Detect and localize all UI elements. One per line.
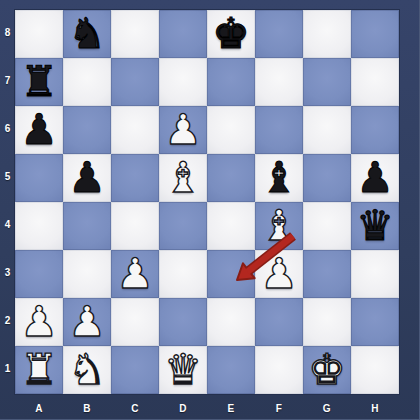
chess-board: ♞♚♜♟♟♟♝♝♟♝♛♟♟♟♟♜♞♛♚ <box>15 10 399 394</box>
square-b3[interactable] <box>63 250 111 298</box>
square-a7[interactable]: ♜ <box>15 58 63 106</box>
square-h6[interactable] <box>351 106 399 154</box>
piece-white-pawn-f3[interactable]: ♟ <box>255 250 303 298</box>
rank-label-4: 4 <box>0 219 15 230</box>
square-d6[interactable]: ♟ <box>159 106 207 154</box>
square-f4[interactable]: ♝ <box>255 202 303 250</box>
piece-white-pawn-c3[interactable]: ♟ <box>111 250 159 298</box>
piece-white-queen-d1[interactable]: ♛ <box>159 346 207 394</box>
square-c6[interactable] <box>111 106 159 154</box>
square-d4[interactable] <box>159 202 207 250</box>
square-a3[interactable] <box>15 250 63 298</box>
chess-board-diagram: ♞♚♜♟♟♟♝♝♟♝♛♟♟♟♟♜♞♛♚ 87654321 ABCDEFGH <box>0 0 420 420</box>
square-d8[interactable] <box>159 10 207 58</box>
piece-black-knight-b8[interactable]: ♞ <box>63 10 111 58</box>
square-e5[interactable] <box>207 154 255 202</box>
rank-label-6: 6 <box>0 123 15 134</box>
rank-label-1: 1 <box>0 363 15 374</box>
piece-black-queen-h4[interactable]: ♛ <box>351 202 399 250</box>
file-label-d: D <box>159 403 207 414</box>
square-b2[interactable]: ♟ <box>63 298 111 346</box>
square-c5[interactable] <box>111 154 159 202</box>
square-d2[interactable] <box>159 298 207 346</box>
file-label-c: C <box>111 403 159 414</box>
file-label-b: B <box>63 403 111 414</box>
square-g6[interactable] <box>303 106 351 154</box>
square-c7[interactable] <box>111 58 159 106</box>
file-label-a: A <box>15 403 63 414</box>
square-b5[interactable]: ♟ <box>63 154 111 202</box>
square-e7[interactable] <box>207 58 255 106</box>
file-label-f: F <box>255 403 303 414</box>
square-g5[interactable] <box>303 154 351 202</box>
piece-white-king-g1[interactable]: ♚ <box>303 346 351 394</box>
piece-white-bishop-d5[interactable]: ♝ <box>159 154 207 202</box>
square-d1[interactable]: ♛ <box>159 346 207 394</box>
square-a2[interactable]: ♟ <box>15 298 63 346</box>
square-d3[interactable] <box>159 250 207 298</box>
square-f3[interactable]: ♟ <box>255 250 303 298</box>
square-c2[interactable] <box>111 298 159 346</box>
square-c1[interactable] <box>111 346 159 394</box>
square-h3[interactable] <box>351 250 399 298</box>
piece-black-pawn-b5[interactable]: ♟ <box>63 154 111 202</box>
square-b4[interactable] <box>63 202 111 250</box>
piece-black-rook-a7[interactable]: ♜ <box>15 58 63 106</box>
file-label-e: E <box>207 403 255 414</box>
square-a8[interactable] <box>15 10 63 58</box>
square-f5[interactable]: ♝ <box>255 154 303 202</box>
square-e1[interactable] <box>207 346 255 394</box>
square-a5[interactable] <box>15 154 63 202</box>
square-b8[interactable]: ♞ <box>63 10 111 58</box>
square-g7[interactable] <box>303 58 351 106</box>
rank-label-5: 5 <box>0 171 15 182</box>
piece-white-bishop-f4[interactable]: ♝ <box>255 202 303 250</box>
square-g8[interactable] <box>303 10 351 58</box>
piece-white-pawn-b2[interactable]: ♟ <box>63 298 111 346</box>
square-e4[interactable] <box>207 202 255 250</box>
piece-black-pawn-a6[interactable]: ♟ <box>15 106 63 154</box>
piece-white-knight-b1[interactable]: ♞ <box>63 346 111 394</box>
file-label-g: G <box>303 403 351 414</box>
square-c4[interactable] <box>111 202 159 250</box>
square-e2[interactable] <box>207 298 255 346</box>
square-d7[interactable] <box>159 58 207 106</box>
square-b1[interactable]: ♞ <box>63 346 111 394</box>
square-f8[interactable] <box>255 10 303 58</box>
square-h7[interactable] <box>351 58 399 106</box>
square-e6[interactable] <box>207 106 255 154</box>
square-g4[interactable] <box>303 202 351 250</box>
square-f7[interactable] <box>255 58 303 106</box>
piece-white-pawn-a2[interactable]: ♟ <box>15 298 63 346</box>
square-a4[interactable] <box>15 202 63 250</box>
square-b6[interactable] <box>63 106 111 154</box>
square-g2[interactable] <box>303 298 351 346</box>
rank-label-2: 2 <box>0 315 15 326</box>
square-a1[interactable]: ♜ <box>15 346 63 394</box>
square-c3[interactable]: ♟ <box>111 250 159 298</box>
square-e8[interactable]: ♚ <box>207 10 255 58</box>
square-f2[interactable] <box>255 298 303 346</box>
square-g1[interactable]: ♚ <box>303 346 351 394</box>
piece-black-king-e8[interactable]: ♚ <box>207 10 255 58</box>
square-e3[interactable] <box>207 250 255 298</box>
square-h2[interactable] <box>351 298 399 346</box>
rank-label-3: 3 <box>0 267 15 278</box>
square-d5[interactable]: ♝ <box>159 154 207 202</box>
piece-white-rook-a1[interactable]: ♜ <box>15 346 63 394</box>
square-b7[interactable] <box>63 58 111 106</box>
rank-label-8: 8 <box>0 27 15 38</box>
square-f1[interactable] <box>255 346 303 394</box>
piece-black-bishop-f5[interactable]: ♝ <box>255 154 303 202</box>
rank-label-7: 7 <box>0 75 15 86</box>
square-h1[interactable] <box>351 346 399 394</box>
square-c8[interactable] <box>111 10 159 58</box>
piece-black-pawn-h5[interactable]: ♟ <box>351 154 399 202</box>
square-h8[interactable] <box>351 10 399 58</box>
square-a6[interactable]: ♟ <box>15 106 63 154</box>
piece-white-pawn-d6[interactable]: ♟ <box>159 106 207 154</box>
square-h4[interactable]: ♛ <box>351 202 399 250</box>
file-label-h: H <box>351 403 399 414</box>
square-g3[interactable] <box>303 250 351 298</box>
square-h5[interactable]: ♟ <box>351 154 399 202</box>
square-f6[interactable] <box>255 106 303 154</box>
